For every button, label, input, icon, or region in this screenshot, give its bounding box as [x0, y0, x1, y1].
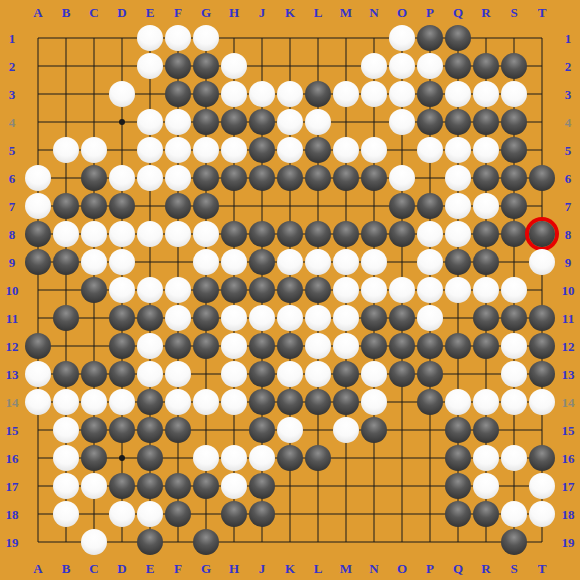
intersection-O6[interactable]: [388, 164, 416, 192]
intersection-P1[interactable]: [416, 24, 444, 52]
intersection-J11[interactable]: [248, 304, 276, 332]
intersection-F9[interactable]: [164, 248, 192, 276]
intersection-P11[interactable]: [416, 304, 444, 332]
intersection-B18[interactable]: [52, 500, 80, 528]
intersection-D19[interactable]: [108, 528, 136, 556]
intersection-H8[interactable]: [220, 220, 248, 248]
intersection-R9[interactable]: [472, 248, 500, 276]
intersection-R14[interactable]: [472, 388, 500, 416]
intersection-B9[interactable]: [52, 248, 80, 276]
intersection-G18[interactable]: [192, 500, 220, 528]
intersection-J15[interactable]: [248, 416, 276, 444]
intersection-J16[interactable]: [248, 444, 276, 472]
intersection-L10[interactable]: [304, 276, 332, 304]
intersection-O7[interactable]: [388, 192, 416, 220]
intersection-A15[interactable]: [24, 416, 52, 444]
intersection-M15[interactable]: [332, 416, 360, 444]
intersection-K1[interactable]: [276, 24, 304, 52]
intersection-C8[interactable]: [80, 220, 108, 248]
intersection-P13[interactable]: [416, 360, 444, 388]
intersection-L5[interactable]: [304, 136, 332, 164]
intersection-H13[interactable]: [220, 360, 248, 388]
intersection-B17[interactable]: [52, 472, 80, 500]
intersection-O10[interactable]: [388, 276, 416, 304]
intersection-L19[interactable]: [304, 528, 332, 556]
intersection-M7[interactable]: [332, 192, 360, 220]
intersection-C15[interactable]: [80, 416, 108, 444]
intersection-P10[interactable]: [416, 276, 444, 304]
intersection-T11[interactable]: [528, 304, 556, 332]
intersection-N19[interactable]: [360, 528, 388, 556]
intersection-F16[interactable]: [164, 444, 192, 472]
intersection-B7[interactable]: [52, 192, 80, 220]
intersection-J7[interactable]: [248, 192, 276, 220]
intersection-K10[interactable]: [276, 276, 304, 304]
intersection-M3[interactable]: [332, 80, 360, 108]
intersection-L14[interactable]: [304, 388, 332, 416]
intersection-K19[interactable]: [276, 528, 304, 556]
intersection-R10[interactable]: [472, 276, 500, 304]
intersection-T6[interactable]: [528, 164, 556, 192]
intersection-B13[interactable]: [52, 360, 80, 388]
intersection-K15[interactable]: [276, 416, 304, 444]
intersection-L1[interactable]: [304, 24, 332, 52]
intersection-G16[interactable]: [192, 444, 220, 472]
intersection-K8[interactable]: [276, 220, 304, 248]
intersection-N6[interactable]: [360, 164, 388, 192]
intersection-G9[interactable]: [192, 248, 220, 276]
intersection-Q11[interactable]: [444, 304, 472, 332]
intersection-T19[interactable]: [528, 528, 556, 556]
intersection-N2[interactable]: [360, 52, 388, 80]
intersection-Q7[interactable]: [444, 192, 472, 220]
intersection-M10[interactable]: [332, 276, 360, 304]
intersection-N15[interactable]: [360, 416, 388, 444]
intersection-M5[interactable]: [332, 136, 360, 164]
intersection-F10[interactable]: [164, 276, 192, 304]
intersection-A16[interactable]: [24, 444, 52, 472]
intersection-Q15[interactable]: [444, 416, 472, 444]
intersection-M6[interactable]: [332, 164, 360, 192]
intersection-M16[interactable]: [332, 444, 360, 472]
intersection-O15[interactable]: [388, 416, 416, 444]
intersection-F5[interactable]: [164, 136, 192, 164]
intersection-Q16[interactable]: [444, 444, 472, 472]
intersection-F12[interactable]: [164, 332, 192, 360]
intersection-T14[interactable]: [528, 388, 556, 416]
intersection-T13[interactable]: [528, 360, 556, 388]
intersection-R6[interactable]: [472, 164, 500, 192]
intersection-Q2[interactable]: [444, 52, 472, 80]
intersection-A17[interactable]: [24, 472, 52, 500]
intersection-Q4[interactable]: [444, 108, 472, 136]
intersection-M13[interactable]: [332, 360, 360, 388]
intersection-R5[interactable]: [472, 136, 500, 164]
intersection-K9[interactable]: [276, 248, 304, 276]
intersection-S14[interactable]: [500, 388, 528, 416]
intersection-L18[interactable]: [304, 500, 332, 528]
intersection-H2[interactable]: [220, 52, 248, 80]
intersection-C17[interactable]: [80, 472, 108, 500]
intersection-H9[interactable]: [220, 248, 248, 276]
intersection-R19[interactable]: [472, 528, 500, 556]
intersection-G2[interactable]: [192, 52, 220, 80]
intersection-F6[interactable]: [164, 164, 192, 192]
intersection-G1[interactable]: [192, 24, 220, 52]
intersection-A1[interactable]: [24, 24, 52, 52]
intersection-G4[interactable]: [192, 108, 220, 136]
intersection-S11[interactable]: [500, 304, 528, 332]
intersection-J3[interactable]: [248, 80, 276, 108]
intersection-M19[interactable]: [332, 528, 360, 556]
intersection-C11[interactable]: [80, 304, 108, 332]
intersection-C10[interactable]: [80, 276, 108, 304]
intersection-B14[interactable]: [52, 388, 80, 416]
intersection-Q10[interactable]: [444, 276, 472, 304]
intersection-B3[interactable]: [52, 80, 80, 108]
intersection-R18[interactable]: [472, 500, 500, 528]
intersection-F2[interactable]: [164, 52, 192, 80]
intersection-D9[interactable]: [108, 248, 136, 276]
intersection-P12[interactable]: [416, 332, 444, 360]
intersection-A6[interactable]: [24, 164, 52, 192]
intersection-Q14[interactable]: [444, 388, 472, 416]
intersection-H1[interactable]: [220, 24, 248, 52]
intersection-B15[interactable]: [52, 416, 80, 444]
intersection-G7[interactable]: [192, 192, 220, 220]
intersection-R8[interactable]: [472, 220, 500, 248]
intersection-N1[interactable]: [360, 24, 388, 52]
intersection-E5[interactable]: [136, 136, 164, 164]
intersection-T8[interactable]: [528, 220, 556, 248]
intersection-N13[interactable]: [360, 360, 388, 388]
intersection-A13[interactable]: [24, 360, 52, 388]
intersection-C4[interactable]: [80, 108, 108, 136]
intersection-J13[interactable]: [248, 360, 276, 388]
intersection-J4[interactable]: [248, 108, 276, 136]
intersection-K4[interactable]: [276, 108, 304, 136]
intersection-S16[interactable]: [500, 444, 528, 472]
intersection-O12[interactable]: [388, 332, 416, 360]
intersection-P19[interactable]: [416, 528, 444, 556]
intersection-D14[interactable]: [108, 388, 136, 416]
intersection-O5[interactable]: [388, 136, 416, 164]
intersection-H16[interactable]: [220, 444, 248, 472]
intersection-N11[interactable]: [360, 304, 388, 332]
intersection-J17[interactable]: [248, 472, 276, 500]
intersection-L16[interactable]: [304, 444, 332, 472]
intersection-K17[interactable]: [276, 472, 304, 500]
intersection-B19[interactable]: [52, 528, 80, 556]
intersection-R2[interactable]: [472, 52, 500, 80]
intersection-D5[interactable]: [108, 136, 136, 164]
intersection-A9[interactable]: [24, 248, 52, 276]
intersection-M2[interactable]: [332, 52, 360, 80]
intersection-L3[interactable]: [304, 80, 332, 108]
intersection-J10[interactable]: [248, 276, 276, 304]
intersection-G8[interactable]: [192, 220, 220, 248]
intersection-C18[interactable]: [80, 500, 108, 528]
intersection-T18[interactable]: [528, 500, 556, 528]
intersection-A2[interactable]: [24, 52, 52, 80]
intersection-Q8[interactable]: [444, 220, 472, 248]
intersection-K18[interactable]: [276, 500, 304, 528]
intersection-S15[interactable]: [500, 416, 528, 444]
intersection-H17[interactable]: [220, 472, 248, 500]
intersection-C13[interactable]: [80, 360, 108, 388]
intersection-M14[interactable]: [332, 388, 360, 416]
intersection-H7[interactable]: [220, 192, 248, 220]
intersection-R15[interactable]: [472, 416, 500, 444]
intersection-B8[interactable]: [52, 220, 80, 248]
intersection-C12[interactable]: [80, 332, 108, 360]
intersection-B5[interactable]: [52, 136, 80, 164]
intersection-S2[interactable]: [500, 52, 528, 80]
intersection-A5[interactable]: [24, 136, 52, 164]
intersection-K7[interactable]: [276, 192, 304, 220]
intersection-G6[interactable]: [192, 164, 220, 192]
intersection-E14[interactable]: [136, 388, 164, 416]
intersection-E7[interactable]: [136, 192, 164, 220]
intersection-H12[interactable]: [220, 332, 248, 360]
intersection-B11[interactable]: [52, 304, 80, 332]
intersection-F15[interactable]: [164, 416, 192, 444]
intersection-E2[interactable]: [136, 52, 164, 80]
intersection-T9[interactable]: [528, 248, 556, 276]
intersection-D10[interactable]: [108, 276, 136, 304]
intersection-L8[interactable]: [304, 220, 332, 248]
intersection-E19[interactable]: [136, 528, 164, 556]
intersection-C7[interactable]: [80, 192, 108, 220]
intersection-T2[interactable]: [528, 52, 556, 80]
intersection-M1[interactable]: [332, 24, 360, 52]
intersection-F19[interactable]: [164, 528, 192, 556]
intersection-B1[interactable]: [52, 24, 80, 52]
intersection-P14[interactable]: [416, 388, 444, 416]
intersection-J5[interactable]: [248, 136, 276, 164]
intersection-J9[interactable]: [248, 248, 276, 276]
intersection-F3[interactable]: [164, 80, 192, 108]
intersection-L12[interactable]: [304, 332, 332, 360]
intersection-N18[interactable]: [360, 500, 388, 528]
intersection-J14[interactable]: [248, 388, 276, 416]
intersection-E4[interactable]: [136, 108, 164, 136]
intersection-N9[interactable]: [360, 248, 388, 276]
intersection-D2[interactable]: [108, 52, 136, 80]
intersection-T1[interactable]: [528, 24, 556, 52]
intersection-S7[interactable]: [500, 192, 528, 220]
intersection-F7[interactable]: [164, 192, 192, 220]
intersection-D11[interactable]: [108, 304, 136, 332]
intersection-R11[interactable]: [472, 304, 500, 332]
intersection-D16[interactable]: [108, 444, 136, 472]
intersection-S18[interactable]: [500, 500, 528, 528]
intersection-S6[interactable]: [500, 164, 528, 192]
intersection-H4[interactable]: [220, 108, 248, 136]
intersection-O8[interactable]: [388, 220, 416, 248]
intersection-C3[interactable]: [80, 80, 108, 108]
intersection-H5[interactable]: [220, 136, 248, 164]
intersection-P17[interactable]: [416, 472, 444, 500]
intersection-F13[interactable]: [164, 360, 192, 388]
intersection-E1[interactable]: [136, 24, 164, 52]
intersection-H19[interactable]: [220, 528, 248, 556]
intersection-A8[interactable]: [24, 220, 52, 248]
intersection-C14[interactable]: [80, 388, 108, 416]
intersection-G5[interactable]: [192, 136, 220, 164]
intersection-T15[interactable]: [528, 416, 556, 444]
intersection-G3[interactable]: [192, 80, 220, 108]
intersection-G12[interactable]: [192, 332, 220, 360]
intersection-S4[interactable]: [500, 108, 528, 136]
intersection-S8[interactable]: [500, 220, 528, 248]
intersection-K6[interactable]: [276, 164, 304, 192]
intersection-R17[interactable]: [472, 472, 500, 500]
intersection-M4[interactable]: [332, 108, 360, 136]
intersection-N7[interactable]: [360, 192, 388, 220]
intersection-P2[interactable]: [416, 52, 444, 80]
intersection-D1[interactable]: [108, 24, 136, 52]
intersection-N10[interactable]: [360, 276, 388, 304]
intersection-R1[interactable]: [472, 24, 500, 52]
intersection-D8[interactable]: [108, 220, 136, 248]
intersection-O18[interactable]: [388, 500, 416, 528]
intersection-A19[interactable]: [24, 528, 52, 556]
intersection-B4[interactable]: [52, 108, 80, 136]
intersection-Q17[interactable]: [444, 472, 472, 500]
intersection-E13[interactable]: [136, 360, 164, 388]
intersection-E3[interactable]: [136, 80, 164, 108]
intersection-B2[interactable]: [52, 52, 80, 80]
intersection-Q9[interactable]: [444, 248, 472, 276]
intersection-H15[interactable]: [220, 416, 248, 444]
intersection-D6[interactable]: [108, 164, 136, 192]
intersection-B16[interactable]: [52, 444, 80, 472]
intersection-H3[interactable]: [220, 80, 248, 108]
intersection-T7[interactable]: [528, 192, 556, 220]
intersection-H14[interactable]: [220, 388, 248, 416]
intersection-M12[interactable]: [332, 332, 360, 360]
intersection-P9[interactable]: [416, 248, 444, 276]
intersection-N8[interactable]: [360, 220, 388, 248]
intersection-R12[interactable]: [472, 332, 500, 360]
intersection-O9[interactable]: [388, 248, 416, 276]
intersection-L17[interactable]: [304, 472, 332, 500]
intersection-N17[interactable]: [360, 472, 388, 500]
intersection-T16[interactable]: [528, 444, 556, 472]
intersection-D3[interactable]: [108, 80, 136, 108]
intersection-P3[interactable]: [416, 80, 444, 108]
intersection-G11[interactable]: [192, 304, 220, 332]
intersection-C16[interactable]: [80, 444, 108, 472]
intersection-Q5[interactable]: [444, 136, 472, 164]
intersection-Q13[interactable]: [444, 360, 472, 388]
intersection-G14[interactable]: [192, 388, 220, 416]
intersection-T3[interactable]: [528, 80, 556, 108]
intersection-G17[interactable]: [192, 472, 220, 500]
intersection-S10[interactable]: [500, 276, 528, 304]
intersection-K14[interactable]: [276, 388, 304, 416]
intersection-C19[interactable]: [80, 528, 108, 556]
intersection-L6[interactable]: [304, 164, 332, 192]
intersection-F17[interactable]: [164, 472, 192, 500]
intersection-B6[interactable]: [52, 164, 80, 192]
intersection-E9[interactable]: [136, 248, 164, 276]
intersection-D7[interactable]: [108, 192, 136, 220]
intersection-F11[interactable]: [164, 304, 192, 332]
intersection-H11[interactable]: [220, 304, 248, 332]
intersection-J18[interactable]: [248, 500, 276, 528]
intersection-L2[interactable]: [304, 52, 332, 80]
intersection-E10[interactable]: [136, 276, 164, 304]
intersection-O11[interactable]: [388, 304, 416, 332]
intersection-K13[interactable]: [276, 360, 304, 388]
intersection-A18[interactable]: [24, 500, 52, 528]
intersection-O16[interactable]: [388, 444, 416, 472]
intersection-O1[interactable]: [388, 24, 416, 52]
intersection-E16[interactable]: [136, 444, 164, 472]
intersection-L15[interactable]: [304, 416, 332, 444]
intersection-J12[interactable]: [248, 332, 276, 360]
intersection-K5[interactable]: [276, 136, 304, 164]
intersection-J2[interactable]: [248, 52, 276, 80]
intersection-H6[interactable]: [220, 164, 248, 192]
intersection-A7[interactable]: [24, 192, 52, 220]
intersection-A10[interactable]: [24, 276, 52, 304]
intersection-N3[interactable]: [360, 80, 388, 108]
intersection-J1[interactable]: [248, 24, 276, 52]
intersection-R4[interactable]: [472, 108, 500, 136]
intersection-N4[interactable]: [360, 108, 388, 136]
intersection-F8[interactable]: [164, 220, 192, 248]
intersection-S5[interactable]: [500, 136, 528, 164]
intersection-S1[interactable]: [500, 24, 528, 52]
intersection-F14[interactable]: [164, 388, 192, 416]
intersection-R16[interactable]: [472, 444, 500, 472]
intersection-D15[interactable]: [108, 416, 136, 444]
intersection-S13[interactable]: [500, 360, 528, 388]
intersection-O17[interactable]: [388, 472, 416, 500]
intersection-H10[interactable]: [220, 276, 248, 304]
intersection-T10[interactable]: [528, 276, 556, 304]
intersection-P4[interactable]: [416, 108, 444, 136]
intersection-T17[interactable]: [528, 472, 556, 500]
intersection-K12[interactable]: [276, 332, 304, 360]
intersection-Q18[interactable]: [444, 500, 472, 528]
intersection-D13[interactable]: [108, 360, 136, 388]
intersection-K11[interactable]: [276, 304, 304, 332]
intersection-L9[interactable]: [304, 248, 332, 276]
intersection-E6[interactable]: [136, 164, 164, 192]
intersection-L11[interactable]: [304, 304, 332, 332]
intersection-A12[interactable]: [24, 332, 52, 360]
intersection-L4[interactable]: [304, 108, 332, 136]
intersection-Q12[interactable]: [444, 332, 472, 360]
intersection-F4[interactable]: [164, 108, 192, 136]
intersection-B10[interactable]: [52, 276, 80, 304]
intersection-O19[interactable]: [388, 528, 416, 556]
intersection-A3[interactable]: [24, 80, 52, 108]
intersection-J8[interactable]: [248, 220, 276, 248]
intersection-S12[interactable]: [500, 332, 528, 360]
intersection-O14[interactable]: [388, 388, 416, 416]
intersection-Q19[interactable]: [444, 528, 472, 556]
intersection-C2[interactable]: [80, 52, 108, 80]
intersection-J19[interactable]: [248, 528, 276, 556]
intersection-K3[interactable]: [276, 80, 304, 108]
intersection-F1[interactable]: [164, 24, 192, 52]
intersection-S9[interactable]: [500, 248, 528, 276]
